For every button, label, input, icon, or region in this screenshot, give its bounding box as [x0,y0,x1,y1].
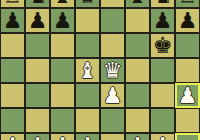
square-d7[interactable] [75,8,100,33]
square-e6[interactable] [100,33,125,58]
square-e4[interactable]: ♟ [100,83,125,108]
square-a3[interactable] [0,108,25,133]
square-c2[interactable]: ♟ [50,133,75,140]
square-b4[interactable] [25,83,50,108]
square-a7[interactable]: ♟ [0,8,25,33]
square-d5[interactable]: ♝ [75,58,100,83]
chess-app-viewport: ♜♞♝♛♝♞♜♟♟♟♟♟♚♝♛♟♟♟♟♟♟♟♟ [0,0,200,140]
square-b8[interactable]: ♞ [25,0,50,8]
square-f7[interactable] [125,8,150,33]
square-f2[interactable]: ♟ [125,133,150,140]
black-bishop-f8[interactable]: ♝ [128,0,148,8]
square-e7[interactable] [100,8,125,33]
square-h4[interactable]: ♟ [175,83,200,108]
black-pawn-b7[interactable]: ♟ [28,8,48,33]
square-d6[interactable] [75,33,100,58]
square-a2[interactable]: ♟ [0,133,25,140]
black-king-g6[interactable]: ♚ [153,33,173,58]
square-d2[interactable]: ♟ [75,133,100,140]
square-g5[interactable] [150,58,175,83]
square-b3[interactable] [25,108,50,133]
square-c6[interactable] [50,33,75,58]
square-g8[interactable]: ♞ [150,0,175,8]
black-pawn-g7[interactable]: ♟ [153,8,173,33]
square-f3[interactable] [125,108,150,133]
black-knight-b8[interactable]: ♞ [28,0,48,8]
square-c4[interactable] [50,83,75,108]
white-pawn-a2[interactable]: ♟ [3,133,23,140]
square-g4[interactable] [150,83,175,108]
square-f4[interactable] [125,83,150,108]
square-e3[interactable] [100,108,125,133]
square-h6[interactable] [175,33,200,58]
white-queen-e5[interactable]: ♛ [103,58,123,83]
square-g2[interactable]: ♟ [150,133,175,140]
black-pawn-h7[interactable]: ♟ [178,8,198,33]
square-f6[interactable] [125,33,150,58]
square-f5[interactable] [125,58,150,83]
square-e5[interactable]: ♛ [100,58,125,83]
square-h3[interactable] [175,108,200,133]
square-g7[interactable]: ♟ [150,8,175,33]
square-d3[interactable] [75,108,100,133]
square-g6[interactable]: ♚ [150,33,175,58]
white-pawn-d2[interactable]: ♟ [78,133,98,140]
square-e8[interactable] [100,0,125,8]
square-h7[interactable]: ♟ [175,8,200,33]
square-b2[interactable]: ♟ [25,133,50,140]
white-pawn-f2[interactable]: ♟ [128,133,148,140]
black-pawn-c7[interactable]: ♟ [53,8,73,33]
black-queen-d8[interactable]: ♛ [78,0,98,8]
square-a6[interactable] [0,33,25,58]
black-bishop-c8[interactable]: ♝ [53,0,73,8]
black-rook-a8[interactable]: ♜ [3,0,23,8]
white-pawn-c2[interactable]: ♟ [53,133,73,140]
white-pawn-g2[interactable]: ♟ [153,133,173,140]
white-bishop-d5[interactable]: ♝ [78,58,98,83]
square-b6[interactable] [25,33,50,58]
square-c3[interactable] [50,108,75,133]
square-h2[interactable] [175,133,200,140]
square-b7[interactable]: ♟ [25,8,50,33]
black-rook-h8[interactable]: ♜ [178,0,198,8]
square-a4[interactable] [0,83,25,108]
black-pawn-a7[interactable]: ♟ [3,8,23,33]
black-knight-g8[interactable]: ♞ [153,0,173,8]
square-c7[interactable]: ♟ [50,8,75,33]
white-pawn-b2[interactable]: ♟ [28,133,48,140]
square-g3[interactable] [150,108,175,133]
square-h5[interactable] [175,58,200,83]
white-pawn-e4[interactable]: ♟ [103,83,123,108]
square-h8[interactable]: ♜ [175,0,200,8]
square-e2[interactable] [100,133,125,140]
square-c8[interactable]: ♝ [50,0,75,8]
square-a5[interactable] [0,58,25,83]
white-pawn-h4[interactable]: ♟ [178,83,198,108]
square-a8[interactable]: ♜ [0,0,25,8]
square-d8[interactable]: ♛ [75,0,100,8]
square-d4[interactable] [75,83,100,108]
square-f8[interactable]: ♝ [125,0,150,8]
chess-board: ♜♞♝♛♝♞♜♟♟♟♟♟♚♝♛♟♟♟♟♟♟♟♟ [0,0,200,140]
square-c5[interactable] [50,58,75,83]
square-b5[interactable] [25,58,50,83]
